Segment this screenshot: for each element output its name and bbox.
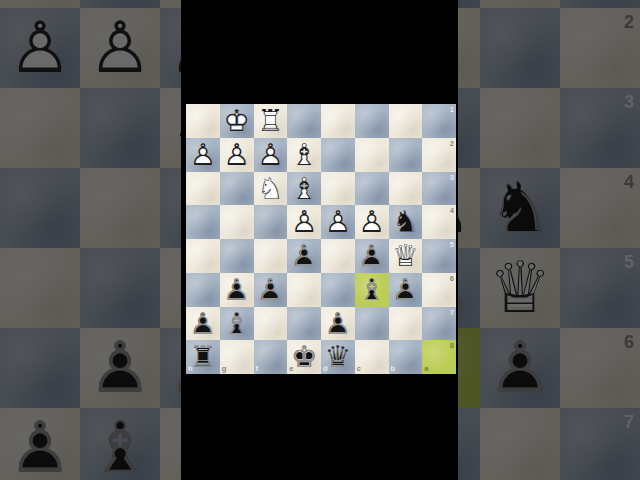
square-b5[interactable]: ♛♕ (389, 239, 423, 273)
square-h1[interactable] (186, 104, 220, 138)
rank-label-3: 3 (450, 173, 454, 182)
square-a5[interactable]: 5 (422, 239, 456, 273)
square-h7[interactable]: ♟♙ (186, 307, 220, 341)
square-f3[interactable]: ♞♘ (254, 172, 288, 206)
video-frame: ♚♔♜♖1♟♙♟♙♟♙♝♗2♞♘♝♗3♟♙♟♙♟♙♞♘4♟♙♟♙♛♕5♟♙♟♙♝… (0, 0, 640, 480)
square-b6[interactable]: ♟♙ (389, 273, 423, 307)
white-rook-icon: ♜♖ (254, 104, 288, 138)
square-g6[interactable]: ♟♙ (220, 273, 254, 307)
white-pawn-icon: ♟♙ (321, 205, 355, 239)
square-g1[interactable]: ♚♔ (220, 104, 254, 138)
square-c8[interactable]: c (355, 340, 389, 374)
black-bishop-icon: ♝♗ (355, 273, 389, 307)
square-h6[interactable] (186, 273, 220, 307)
rank-label-4: 4 (450, 206, 454, 215)
rank-label-2: 2 (450, 139, 454, 148)
square-c2[interactable] (355, 138, 389, 172)
square-h4[interactable] (186, 205, 220, 239)
square-h8[interactable]: h♜♖ (186, 340, 220, 374)
square-e1[interactable] (287, 104, 321, 138)
white-pawn-icon: ♟♙ (220, 138, 254, 172)
black-knight-icon: ♞♘ (389, 205, 423, 239)
square-f4[interactable] (254, 205, 288, 239)
file-label-f: f (256, 364, 259, 373)
square-f1[interactable]: ♜♖ (254, 104, 288, 138)
square-e7[interactable] (287, 307, 321, 341)
square-d3[interactable] (321, 172, 355, 206)
square-e6[interactable] (287, 273, 321, 307)
white-king-icon: ♚♔ (220, 104, 254, 138)
square-a3[interactable]: 3 (422, 172, 456, 206)
chess-board: ♚♔♜♖1♟♙♟♙♟♙♝♗2♞♘♝♗3♟♙♟♙♟♙♞♘4♟♙♟♙♛♕5♟♙♟♙♝… (186, 104, 456, 374)
black-pawn-icon: ♟♙ (287, 239, 321, 273)
black-pawn-icon: ♟♙ (186, 307, 220, 341)
file-label-c: c (357, 364, 361, 373)
square-a4[interactable]: 4 (422, 205, 456, 239)
square-c7[interactable] (355, 307, 389, 341)
square-g3[interactable] (220, 172, 254, 206)
black-rook-icon: ♜♖ (186, 340, 220, 374)
white-bishop-icon: ♝♗ (287, 172, 321, 206)
square-b3[interactable] (389, 172, 423, 206)
rank-label-5: 5 (450, 240, 454, 249)
rank-label-6: 6 (450, 274, 454, 283)
square-c4[interactable]: ♟♙ (355, 205, 389, 239)
square-g5[interactable] (220, 239, 254, 273)
square-e3[interactable]: ♝♗ (287, 172, 321, 206)
square-h3[interactable] (186, 172, 220, 206)
square-c5[interactable]: ♟♙ (355, 239, 389, 273)
square-d2[interactable] (321, 138, 355, 172)
white-pawn-icon: ♟♙ (254, 138, 288, 172)
square-d8[interactable]: d♛♕ (321, 340, 355, 374)
square-d5[interactable] (321, 239, 355, 273)
black-queen-icon: ♛♕ (321, 340, 355, 374)
square-b2[interactable] (389, 138, 423, 172)
file-label-g: g (222, 364, 227, 373)
square-a8[interactable]: 8a (422, 340, 456, 374)
square-g4[interactable] (220, 205, 254, 239)
file-label-b: b (391, 364, 396, 373)
square-g2[interactable]: ♟♙ (220, 138, 254, 172)
white-pawn-icon: ♟♙ (186, 138, 220, 172)
square-f6[interactable]: ♟♙ (254, 273, 288, 307)
square-e8[interactable]: e♚♔ (287, 340, 321, 374)
rank-label-1: 1 (450, 105, 454, 114)
square-b4[interactable]: ♞♘ (389, 205, 423, 239)
square-e5[interactable]: ♟♙ (287, 239, 321, 273)
square-d4[interactable]: ♟♙ (321, 205, 355, 239)
square-f7[interactable] (254, 307, 288, 341)
white-pawn-icon: ♟♙ (355, 205, 389, 239)
white-pawn-icon: ♟♙ (287, 205, 321, 239)
square-d6[interactable] (321, 273, 355, 307)
white-bishop-icon: ♝♗ (287, 138, 321, 172)
square-d7[interactable]: ♟♙ (321, 307, 355, 341)
square-c1[interactable] (355, 104, 389, 138)
square-c3[interactable] (355, 172, 389, 206)
square-c6[interactable]: ♝♗ (355, 273, 389, 307)
square-a6[interactable]: 6 (422, 273, 456, 307)
square-f5[interactable] (254, 239, 288, 273)
black-pawn-icon: ♟♙ (321, 307, 355, 341)
white-queen-icon: ♛♕ (389, 239, 423, 273)
square-h5[interactable] (186, 239, 220, 273)
black-pawn-icon: ♟♙ (220, 273, 254, 307)
square-e2[interactable]: ♝♗ (287, 138, 321, 172)
black-pawn-icon: ♟♙ (254, 273, 288, 307)
square-a7[interactable]: 7 (422, 307, 456, 341)
square-g7[interactable]: ♝♗ (220, 307, 254, 341)
square-b1[interactable] (389, 104, 423, 138)
square-h2[interactable]: ♟♙ (186, 138, 220, 172)
square-a1[interactable]: 1 (422, 104, 456, 138)
square-d1[interactable] (321, 104, 355, 138)
square-a2[interactable]: 2 (422, 138, 456, 172)
rank-label-8: 8 (450, 341, 454, 350)
square-g8[interactable]: g (220, 340, 254, 374)
square-f8[interactable]: f (254, 340, 288, 374)
square-b8[interactable]: b (389, 340, 423, 374)
rank-label-7: 7 (450, 308, 454, 317)
black-king-icon: ♚♔ (287, 340, 321, 374)
square-f2[interactable]: ♟♙ (254, 138, 288, 172)
black-pawn-icon: ♟♙ (355, 239, 389, 273)
black-bishop-icon: ♝♗ (220, 307, 254, 341)
white-knight-icon: ♞♘ (254, 172, 288, 206)
file-label-a: a (424, 364, 428, 373)
black-pawn-icon: ♟♙ (389, 273, 423, 307)
square-b7[interactable] (389, 307, 423, 341)
square-e4[interactable]: ♟♙ (287, 205, 321, 239)
